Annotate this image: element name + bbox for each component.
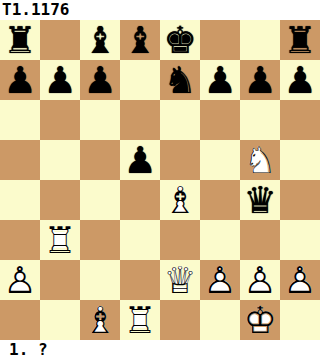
white-pawn-outline-icon: ♙ — [280, 260, 320, 300]
piece-black-pawn[interactable]: ♟ — [0, 60, 40, 100]
square-h6[interactable] — [280, 100, 320, 140]
square-f1[interactable] — [200, 300, 240, 340]
black-pawn-icon: ♟ — [200, 60, 240, 100]
piece-white-bishop[interactable]: ♝♗ — [80, 300, 120, 340]
square-d4[interactable] — [120, 180, 160, 220]
square-b4[interactable] — [40, 180, 80, 220]
square-a5[interactable] — [0, 140, 40, 180]
square-h2[interactable]: ♟♙ — [280, 260, 320, 300]
square-d6[interactable] — [120, 100, 160, 140]
square-b7[interactable]: ♟ — [40, 60, 80, 100]
square-d2[interactable] — [120, 260, 160, 300]
square-b2[interactable] — [40, 260, 80, 300]
square-e4[interactable]: ♝♗ — [160, 180, 200, 220]
square-d3[interactable] — [120, 220, 160, 260]
piece-black-pawn[interactable]: ♟ — [280, 60, 320, 100]
piece-black-rook[interactable]: ♜ — [0, 20, 40, 60]
black-rook-icon: ♜ — [0, 20, 40, 60]
square-a3[interactable] — [0, 220, 40, 260]
piece-black-pawn[interactable]: ♟ — [200, 60, 240, 100]
square-f7[interactable]: ♟ — [200, 60, 240, 100]
square-e6[interactable] — [160, 100, 200, 140]
piece-white-pawn[interactable]: ♟♙ — [280, 260, 320, 300]
square-h1[interactable] — [280, 300, 320, 340]
white-pawn-outline-icon: ♙ — [240, 260, 280, 300]
square-b8[interactable] — [40, 20, 80, 60]
square-g6[interactable] — [240, 100, 280, 140]
black-pawn-icon: ♟ — [0, 60, 40, 100]
black-knight-icon: ♞ — [160, 60, 200, 100]
piece-white-king[interactable]: ♚♔ — [240, 300, 280, 340]
square-h8[interactable]: ♜ — [280, 20, 320, 60]
square-e3[interactable] — [160, 220, 200, 260]
piece-white-pawn[interactable]: ♟♙ — [240, 260, 280, 300]
square-f2[interactable]: ♟♙ — [200, 260, 240, 300]
white-bishop-outline-icon: ♗ — [80, 300, 120, 340]
square-b6[interactable] — [40, 100, 80, 140]
square-f3[interactable] — [200, 220, 240, 260]
piece-white-pawn[interactable]: ♟♙ — [0, 260, 40, 300]
black-pawn-icon: ♟ — [80, 60, 120, 100]
white-bishop-outline-icon: ♗ — [160, 180, 200, 220]
piece-black-queen[interactable]: ♛ — [240, 180, 280, 220]
white-rook-outline-icon: ♖ — [120, 300, 160, 340]
black-pawn-icon: ♟ — [40, 60, 80, 100]
square-h3[interactable] — [280, 220, 320, 260]
piece-white-bishop[interactable]: ♝♗ — [160, 180, 200, 220]
piece-black-pawn[interactable]: ♟ — [120, 140, 160, 180]
square-c6[interactable] — [80, 100, 120, 140]
square-d7[interactable] — [120, 60, 160, 100]
square-g8[interactable] — [240, 20, 280, 60]
white-pawn-outline-icon: ♙ — [200, 260, 240, 300]
square-c1[interactable]: ♝♗ — [80, 300, 120, 340]
piece-black-knight[interactable]: ♞ — [160, 60, 200, 100]
status-bar: 1. ? — [0, 340, 320, 360]
square-c4[interactable] — [80, 180, 120, 220]
black-bishop-icon: ♝ — [80, 20, 120, 60]
square-a7[interactable]: ♟ — [0, 60, 40, 100]
square-f6[interactable] — [200, 100, 240, 140]
black-queen-icon: ♛ — [240, 180, 280, 220]
square-g4[interactable]: ♛ — [240, 180, 280, 220]
square-g7[interactable]: ♟ — [240, 60, 280, 100]
square-c3[interactable] — [80, 220, 120, 260]
square-a8[interactable]: ♜ — [0, 20, 40, 60]
square-b3[interactable]: ♜♖ — [40, 220, 80, 260]
black-pawn-icon: ♟ — [240, 60, 280, 100]
square-a1[interactable] — [0, 300, 40, 340]
square-d5[interactable]: ♟ — [120, 140, 160, 180]
square-h7[interactable]: ♟ — [280, 60, 320, 100]
square-h4[interactable] — [280, 180, 320, 220]
piece-white-rook[interactable]: ♜♖ — [40, 220, 80, 260]
square-b5[interactable] — [40, 140, 80, 180]
piece-black-pawn[interactable]: ♟ — [40, 60, 80, 100]
square-g3[interactable] — [240, 220, 280, 260]
square-a2[interactable]: ♟♙ — [0, 260, 40, 300]
piece-black-pawn[interactable]: ♟ — [240, 60, 280, 100]
piece-black-king[interactable]: ♚ — [160, 20, 200, 60]
square-e7[interactable]: ♞ — [160, 60, 200, 100]
piece-black-rook[interactable]: ♜ — [280, 20, 320, 60]
piece-black-bishop[interactable]: ♝ — [120, 20, 160, 60]
black-rook-icon: ♜ — [280, 20, 320, 60]
square-c5[interactable] — [80, 140, 120, 180]
white-king-outline-icon: ♔ — [240, 300, 280, 340]
white-pawn-outline-icon: ♙ — [0, 260, 40, 300]
square-c8[interactable]: ♝ — [80, 20, 120, 60]
square-a4[interactable] — [0, 180, 40, 220]
piece-white-pawn[interactable]: ♟♙ — [200, 260, 240, 300]
piece-black-bishop[interactable]: ♝ — [80, 20, 120, 60]
square-e2[interactable]: ♛♕ — [160, 260, 200, 300]
square-d1[interactable]: ♜♖ — [120, 300, 160, 340]
move-prompt: 1. ? — [0, 340, 48, 360]
square-e8[interactable]: ♚ — [160, 20, 200, 60]
white-knight-outline-icon: ♘ — [240, 140, 280, 180]
piece-white-rook[interactable]: ♜♖ — [120, 300, 160, 340]
square-e1[interactable] — [160, 300, 200, 340]
puzzle-id: T1.1176 — [0, 0, 69, 20]
square-b1[interactable] — [40, 300, 80, 340]
square-c2[interactable] — [80, 260, 120, 300]
square-c7[interactable]: ♟ — [80, 60, 120, 100]
piece-black-pawn[interactable]: ♟ — [80, 60, 120, 100]
title-bar: T1.1176 — [0, 0, 320, 20]
square-d8[interactable]: ♝ — [120, 20, 160, 60]
piece-white-knight[interactable]: ♞♘ — [240, 140, 280, 180]
square-f4[interactable] — [200, 180, 240, 220]
square-g5[interactable]: ♞♘ — [240, 140, 280, 180]
square-g2[interactable]: ♟♙ — [240, 260, 280, 300]
black-pawn-icon: ♟ — [280, 60, 320, 100]
square-f8[interactable] — [200, 20, 240, 60]
square-e5[interactable] — [160, 140, 200, 180]
chess-board: ♜♝♝♚♜♟♟♟♞♟♟♟♟♞♘♝♗♛♜♖♟♙♛♕♟♙♟♙♟♙♝♗♜♖♚♔ — [0, 20, 320, 340]
square-f5[interactable] — [200, 140, 240, 180]
white-queen-outline-icon: ♕ — [160, 260, 200, 300]
square-a6[interactable] — [0, 100, 40, 140]
white-rook-outline-icon: ♖ — [40, 220, 80, 260]
piece-white-queen[interactable]: ♛♕ — [160, 260, 200, 300]
black-bishop-icon: ♝ — [120, 20, 160, 60]
chess-puzzle-app: T1.1176 ♜♝♝♚♜♟♟♟♞♟♟♟♟♞♘♝♗♛♜♖♟♙♛♕♟♙♟♙♟♙♝♗… — [0, 0, 320, 360]
square-h5[interactable] — [280, 140, 320, 180]
black-pawn-icon: ♟ — [120, 140, 160, 180]
square-g1[interactable]: ♚♔ — [240, 300, 280, 340]
black-king-icon: ♚ — [160, 20, 200, 60]
